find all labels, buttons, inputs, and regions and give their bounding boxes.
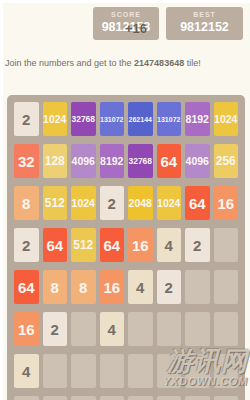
score-delta: +16	[125, 21, 147, 36]
tile-8: 8	[43, 270, 68, 304]
tile-64: 64	[157, 144, 182, 178]
empty-cell	[214, 228, 239, 262]
tile-4: 4	[128, 270, 153, 304]
empty-cell	[157, 354, 182, 388]
tile-8: 8	[14, 186, 39, 220]
tile-256: 256	[214, 144, 239, 178]
tile-64: 64	[100, 228, 125, 262]
tile-32: 32	[14, 144, 39, 178]
tile-16: 16	[14, 312, 39, 346]
tile-512: 512	[43, 186, 68, 220]
tile-64: 64	[14, 270, 39, 304]
empty-cell	[157, 312, 182, 346]
screen-edge-top	[0, 0, 250, 3]
tile-1024: 1024	[214, 102, 239, 136]
empty-cell	[185, 270, 210, 304]
tile-1024: 1024	[157, 186, 182, 220]
tile-131072: 131072	[100, 102, 125, 136]
empty-cell	[214, 270, 239, 304]
tile-128: 128	[43, 144, 68, 178]
empty-cell	[214, 396, 239, 400]
tile-8192: 8192	[185, 102, 210, 136]
tile-4: 4	[14, 354, 39, 388]
screen-edge-left	[0, 0, 3, 400]
empty-cell	[185, 396, 210, 400]
empty-cell	[71, 396, 96, 400]
score-box: SCORE 9812158 +16	[93, 7, 159, 40]
tile-1024: 1024	[71, 186, 96, 220]
empty-cell	[128, 312, 153, 346]
empty-cell	[100, 354, 125, 388]
tile-2: 2	[14, 228, 39, 262]
tile-32768: 32768	[71, 102, 96, 136]
tile-2: 2	[185, 228, 210, 262]
tile-64: 64	[185, 186, 210, 220]
empty-cell	[128, 396, 153, 400]
tile-64: 64	[43, 228, 68, 262]
tile-32768: 32768	[128, 144, 153, 178]
best-value: 9812152	[166, 19, 243, 35]
empty-cell	[185, 312, 210, 346]
tile-2: 2	[43, 312, 68, 346]
empty-cell	[14, 396, 39, 400]
tile-8: 8	[71, 270, 96, 304]
empty-cell	[100, 396, 125, 400]
tile-4: 4	[100, 312, 125, 346]
empty-cell	[157, 396, 182, 400]
empty-cell	[43, 396, 68, 400]
tile-262144: 262144	[128, 102, 153, 136]
tile-2048: 2048	[128, 186, 153, 220]
tile-16: 16	[100, 270, 125, 304]
tile-1024: 1024	[43, 102, 68, 136]
best-label: BEST	[166, 11, 243, 19]
tile-16: 16	[128, 228, 153, 262]
empty-cell	[71, 312, 96, 346]
best-box: BEST 9812152	[166, 7, 243, 40]
tile-4096: 4096	[185, 144, 210, 178]
tile-2: 2	[100, 186, 125, 220]
board[interactable]: 2102432768131072262144131072819210243212…	[7, 95, 245, 400]
empty-cell	[128, 354, 153, 388]
score-label: SCORE	[93, 11, 159, 19]
game-screen: SCORE 9812158 +16 BEST 9812152 Join the …	[0, 0, 250, 400]
tile-8192: 8192	[100, 144, 125, 178]
tile-2: 2	[14, 102, 39, 136]
empty-cell	[185, 354, 210, 388]
tile-4: 4	[157, 228, 182, 262]
empty-cell	[214, 312, 239, 346]
empty-cell	[71, 354, 96, 388]
goal-subtitle: Join the numbers and get to the 21474836…	[5, 58, 245, 68]
subtitle-goal: 2147483648	[134, 58, 184, 68]
empty-cell	[214, 354, 239, 388]
subtitle-suffix: tile!	[184, 58, 201, 68]
tile-2: 2	[157, 270, 182, 304]
tile-512: 512	[71, 228, 96, 262]
empty-cell	[43, 354, 68, 388]
tile-4096: 4096	[71, 144, 96, 178]
tile-131072: 131072	[157, 102, 182, 136]
tile-16: 16	[214, 186, 239, 220]
subtitle-prefix: Join the numbers and get to the	[5, 58, 134, 68]
